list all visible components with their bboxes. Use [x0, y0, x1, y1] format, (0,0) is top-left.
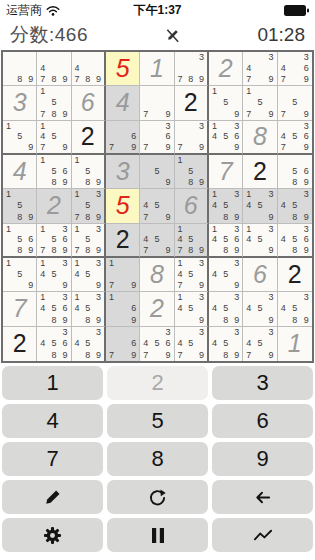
pencil-mark: 3 — [196, 52, 207, 63]
pencil-mark: 9 — [163, 177, 174, 188]
pencil-mark: 4 — [209, 338, 220, 349]
pencil-mark: 5 — [185, 234, 196, 245]
board-cell-r9c7[interactable]: 34589 — [209, 327, 243, 361]
pencil-mark: 4 — [278, 200, 289, 211]
pencil-mark: 9 — [60, 315, 71, 326]
pencil-mark: 3 — [231, 189, 242, 200]
pencil-mark: 8 — [48, 350, 59, 361]
pencil-mark: 9 — [25, 280, 36, 291]
pencil-mark: 9 — [196, 245, 207, 256]
pencil-mark: 6 — [25, 234, 36, 245]
pencil-mark: 1 — [209, 86, 220, 97]
pencil-mark: 9 — [231, 315, 242, 326]
pencil-mark: 8 — [48, 245, 59, 256]
cell-value: 2 — [37, 189, 70, 222]
board-cell-r8c5[interactable]: 2 — [140, 292, 174, 326]
pencil-mark: 9 — [93, 74, 104, 85]
pencil-mark: 1 — [3, 258, 14, 269]
board-cell-r5c4[interactable]: 5 — [106, 189, 140, 223]
pencil-mark: 9 — [60, 74, 71, 85]
pencil-mark: 9 — [301, 74, 312, 85]
pencil-mark: 6 — [128, 338, 139, 349]
pencil-mark: 7 — [37, 245, 48, 256]
pencil-mark: 8 — [48, 74, 59, 85]
board-cell-r4c1[interactable]: 4 — [3, 155, 37, 189]
pencil-mark: 7 — [140, 142, 151, 153]
pencil-mark: 7 — [175, 280, 186, 291]
pencil-mark: 9 — [60, 109, 71, 120]
pencil-mark: 9 — [266, 212, 277, 223]
pencil-mark: 7 — [140, 109, 151, 120]
pencil-mark: 8 — [289, 245, 300, 256]
digit-button-5[interactable]: 5 — [107, 404, 208, 438]
pencil-mark: 8 — [220, 212, 231, 223]
pencil-mark: 1 — [72, 292, 83, 303]
cell-value: 2 — [106, 224, 139, 256]
pencil-mark: 9 — [301, 142, 312, 153]
pencil-mark: 4 — [140, 338, 151, 349]
pencil-mark: 4 — [243, 303, 254, 314]
board-cell-r7c3[interactable]: 13459 — [72, 258, 106, 292]
board-cell-r5c9[interactable]: 34589 — [278, 189, 312, 223]
pencil-mark: 3 — [196, 121, 207, 132]
pencil-mark: 9 — [25, 74, 36, 85]
board-cell-r6c7[interactable]: 1345689 — [209, 224, 243, 258]
pencil-mark: 3 — [196, 258, 207, 269]
pencil-mark: 1 — [72, 258, 83, 269]
board-cell-r4c6[interactable]: 1589 — [175, 155, 209, 189]
board-cell-r2c7[interactable]: 159 — [209, 86, 243, 120]
pencil-mark: 3 — [231, 327, 242, 338]
pencil-mark: 8 — [82, 245, 93, 256]
cell-value: 6 — [175, 189, 207, 222]
pencil-mark: 1 — [209, 189, 220, 200]
pencil-icon — [43, 488, 62, 507]
pencil-mark: 5 — [289, 97, 300, 108]
cell-value: 6 — [72, 86, 104, 119]
pencil-mark: 3 — [60, 258, 71, 269]
pencil-mark: 1 — [72, 189, 83, 200]
board-cell-r1c8[interactable]: 3479 — [243, 52, 277, 86]
timer-label: 01:28 — [257, 24, 305, 46]
redo-button[interactable] — [107, 480, 208, 514]
pencil-mark: 6 — [128, 303, 139, 314]
board-cell-r4c5[interactable]: 59 — [140, 155, 174, 189]
pencil-mark: 9 — [93, 177, 104, 188]
pencil-mark: 5 — [82, 303, 93, 314]
pencil-mark: 5 — [220, 338, 231, 349]
stats-icon — [253, 527, 273, 543]
board-cell-r7c6[interactable]: 134579 — [175, 258, 209, 292]
board-cell-r8c1[interactable]: 7 — [3, 292, 37, 326]
pencil-mark: 7 — [175, 350, 186, 361]
pencil-mark: 4 — [278, 63, 289, 74]
cell-value: 8 — [140, 258, 173, 291]
board-cell-r6c5[interactable]: 4579 — [140, 224, 174, 258]
board-cell-r7c5[interactable]: 8 — [140, 258, 174, 292]
pencil-mark: 9 — [60, 245, 71, 256]
board-cell-r5c2[interactable]: 2 — [37, 189, 71, 223]
board-cell-r5c6[interactable]: 6 — [175, 189, 209, 223]
pencil-mark: 1 — [72, 224, 83, 235]
pencil-mark: 8 — [14, 245, 25, 256]
pencil-mark: 7 — [37, 109, 48, 120]
pencil-mark: 6 — [60, 234, 71, 245]
pencil-mark: 5 — [14, 131, 25, 142]
pencil-mark: 4 — [175, 234, 186, 245]
board-cell-r9c6[interactable]: 34579 — [175, 327, 209, 361]
pencil-mark: 3 — [301, 121, 312, 132]
pencil-mark: 8 — [220, 350, 231, 361]
board-cell-r6c2[interactable]: 1356789 — [37, 224, 71, 258]
pencil-mark: 1 — [243, 189, 254, 200]
board-cell-r7c8[interactable]: 6 — [243, 258, 277, 292]
board-cell-r2c3[interactable]: 6 — [72, 86, 106, 120]
pencil-mark: 6 — [60, 166, 71, 177]
board-cell-r4c9[interactable]: 5689 — [278, 155, 312, 189]
pencil-mark: 7 — [37, 74, 48, 85]
board-cell-r6c8[interactable]: 13459 — [243, 224, 277, 258]
pencil-mark: 4 — [278, 303, 289, 314]
pencil-mark: 8 — [14, 74, 25, 85]
cell-value: 2 — [3, 327, 36, 361]
pencil-mark: 8 — [82, 212, 93, 223]
cell-value: 7 — [3, 292, 36, 325]
pencil-mark: 5 — [48, 269, 59, 280]
pencil-mark: 4 — [175, 303, 186, 314]
pencil-mark: 9 — [231, 142, 242, 153]
pencil-mark: 6 — [301, 234, 312, 245]
pencil-mark: 1 — [37, 224, 48, 235]
cell-value: 4 — [106, 86, 139, 119]
pencil-mark: 5 — [14, 234, 25, 245]
pencil-mark: 1 — [175, 224, 186, 235]
pencil-mark: 3 — [60, 292, 71, 303]
board-cell-r7c4[interactable]: 179 — [106, 258, 140, 292]
pencil-mark: 5 — [48, 131, 59, 142]
pencil-mark: 3 — [60, 327, 71, 338]
cell-value: 2 — [278, 258, 312, 291]
pencil-mark: 5 — [289, 234, 300, 245]
pencil-mark: 5 — [185, 338, 196, 349]
board-cell-r7c1[interactable]: 159 — [3, 258, 37, 292]
pencil-mark: 8 — [185, 74, 196, 85]
board-cell-r4c3[interactable]: 1589 — [72, 155, 106, 189]
pencil-mark: 5 — [289, 200, 300, 211]
pencil-mark: 1 — [72, 155, 83, 166]
pencil-mark: 3 — [301, 292, 312, 303]
pencil-mark: 5 — [289, 131, 300, 142]
pencil-mark: 5 — [48, 166, 59, 177]
pause-button[interactable] — [107, 518, 208, 552]
pencil-mark: 3 — [266, 189, 277, 200]
pencil-mark: 5 — [254, 338, 265, 349]
pencil-mark: 3 — [266, 52, 277, 63]
keypad-digit-row-2: 456 — [2, 404, 313, 438]
pencil-mark: 6 — [301, 63, 312, 74]
keypad-tool-row-2 — [2, 518, 313, 552]
pencil-mark: 4 — [209, 200, 220, 211]
board-cell-r7c7[interactable]: 3459 — [209, 258, 243, 292]
board-cell-r1c4[interactable]: 5 — [106, 52, 140, 86]
pencil-button[interactable] — [2, 480, 103, 514]
pencil-mark: 8 — [82, 74, 93, 85]
board-cell-r6c1[interactable]: 15689 — [3, 224, 37, 258]
pencil-mark: 4 — [209, 234, 220, 245]
status-time: 下午1:37 — [0, 2, 315, 19]
digit-button-8[interactable]: 8 — [107, 442, 208, 476]
pencil-mark: 5 — [220, 97, 231, 108]
settings-button[interactable] — [2, 518, 103, 552]
cell-value: 2 — [140, 292, 173, 325]
pencil-mark: 9 — [196, 74, 207, 85]
pencil-mark: 7 — [243, 350, 254, 361]
board-cell-r2c5[interactable]: 79 — [140, 86, 174, 120]
pencil-mark: 9 — [301, 109, 312, 120]
pencil-mark: 3 — [231, 292, 242, 303]
pencil-mark: 9 — [266, 245, 277, 256]
cell-value: 2 — [209, 52, 242, 85]
back-button[interactable] — [212, 480, 313, 514]
pencil-mark: 4 — [37, 63, 48, 74]
pencil-mark: 9 — [301, 245, 312, 256]
pencil-mark: 9 — [60, 350, 71, 361]
board-cell-r4c2[interactable]: 15689 — [37, 155, 71, 189]
board-cell-r9c4[interactable]: 679 — [106, 327, 140, 361]
pencil-mark: 9 — [266, 315, 277, 326]
pencil-mark: 4 — [175, 338, 186, 349]
pencil-mark: 6 — [60, 338, 71, 349]
pencil-mark: 8 — [48, 315, 59, 326]
pencil-mark: 6 — [231, 131, 242, 142]
board-cell-r3c7[interactable]: 134569 — [209, 121, 243, 155]
digit-button-6[interactable]: 6 — [212, 404, 313, 438]
board-cell-r7c9[interactable]: 2 — [278, 258, 312, 292]
pencil-mark: 1 — [243, 224, 254, 235]
board-cell-r3c8[interactable]: 8 — [243, 121, 277, 155]
pencil-mark: 7 — [140, 212, 151, 223]
board-cell-r8c9[interactable]: 34589 — [278, 292, 312, 326]
board-cell-r1c6[interactable]: 3789 — [175, 52, 209, 86]
pencil-mark: 5 — [48, 303, 59, 314]
pencil-mark: 1 — [37, 86, 48, 97]
redo-icon — [148, 488, 167, 507]
board-cell-r9c5[interactable]: 345679 — [140, 327, 174, 361]
board-cell-r2c8[interactable]: 1579 — [243, 86, 277, 120]
pencil-mark: 3 — [93, 189, 104, 200]
pencil-mark: 4 — [209, 269, 220, 280]
board-cell-r1c2[interactable]: 4789 — [37, 52, 71, 86]
board-cell-r6c9[interactable]: 345689 — [278, 224, 312, 258]
pencil-mark: 8 — [14, 212, 25, 223]
pencil-mark: 8 — [82, 315, 93, 326]
digit-button-2[interactable]: 2 — [107, 366, 208, 400]
pencil-mark: 3 — [301, 189, 312, 200]
pause-icon — [150, 527, 166, 544]
digit-button-3[interactable]: 3 — [212, 366, 313, 400]
board-cell-r5c8[interactable]: 13459 — [243, 189, 277, 223]
board-cell-r3c5[interactable]: 3679 — [140, 121, 174, 155]
pencil-mark: 7 — [278, 109, 289, 120]
pencil-mark: 9 — [231, 212, 242, 223]
pencil-mark: 9 — [196, 350, 207, 361]
score-label: 分数:466 — [10, 22, 88, 48]
board-cell-r8c6[interactable]: 13459 — [175, 292, 209, 326]
pencil-mark: 8 — [185, 177, 196, 188]
board-cell-r1c9[interactable]: 34679 — [278, 52, 312, 86]
board-cell-r2c9[interactable]: 579 — [278, 86, 312, 120]
pencil-mark: 4 — [72, 269, 83, 280]
pencil-mark: 5 — [289, 166, 300, 177]
board-cell-r4c4[interactable]: 3 — [106, 155, 140, 189]
pencil-mark: 9 — [196, 315, 207, 326]
pencil-mark: 3 — [93, 292, 104, 303]
board-cell-r3c9[interactable]: 345679 — [278, 121, 312, 155]
pencil-mark: 5 — [185, 269, 196, 280]
board-cell-r4c7[interactable]: 7 — [209, 155, 243, 189]
board-cell-r5c5[interactable]: 4579 — [140, 189, 174, 223]
board-cell-r6c4[interactable]: 2 — [106, 224, 140, 258]
cell-value: 7 — [209, 155, 242, 188]
pencil-mark: 5 — [220, 303, 231, 314]
pencil-mark: 3 — [231, 224, 242, 235]
pencil-mark: 5 — [82, 200, 93, 211]
pencil-mark: 1 — [37, 258, 48, 269]
board-cell-r5c1[interactable]: 1589 — [3, 189, 37, 223]
pencil-mark: 9 — [301, 212, 312, 223]
sudoku-board: 8947894789513789234793467931578964792159… — [1, 50, 314, 363]
board-cell-r2c4[interactable]: 4 — [106, 86, 140, 120]
board-cell-r2c6[interactable]: 2 — [175, 86, 209, 120]
pencil-mark: 8 — [220, 315, 231, 326]
digit-button-7[interactable]: 7 — [2, 442, 103, 476]
pencil-mark: 9 — [231, 109, 242, 120]
pencil-mark: 7 — [243, 109, 254, 120]
pencil-mark: 9 — [301, 177, 312, 188]
board-cell-r9c8[interactable]: 34579 — [243, 327, 277, 361]
board-cell-r8c7[interactable]: 34589 — [209, 292, 243, 326]
back-arrow-icon — [253, 488, 272, 507]
pencil-mark: 1 — [37, 292, 48, 303]
board-cell-r9c2[interactable]: 345689 — [37, 327, 71, 361]
pencil-mark: 9 — [196, 142, 207, 153]
board-cell-r3c1[interactable]: 159 — [3, 121, 37, 155]
pencil-mark: 9 — [128, 142, 139, 153]
board-cell-r9c1[interactable]: 2 — [3, 327, 37, 361]
pencil-mark: 3 — [231, 121, 242, 132]
pencil-mark: 3 — [163, 121, 174, 132]
pencil-mark: 7 — [106, 350, 117, 361]
pencil-mark: 5 — [254, 303, 265, 314]
pencil-mark: 1 — [175, 292, 186, 303]
board-cell-r2c1[interactable]: 3 — [3, 86, 37, 120]
pencil-mark: 6 — [301, 131, 312, 142]
pencil-mark: 8 — [82, 177, 93, 188]
pencil-mark: 9 — [163, 142, 174, 153]
pencil-mark: 1 — [175, 155, 186, 166]
pencil-mark: 5 — [220, 200, 231, 211]
pencil-mark: 9 — [266, 109, 277, 120]
cell-value: 3 — [106, 155, 139, 188]
pencil-mark: 5 — [254, 200, 265, 211]
pencil-mark: 3 — [266, 224, 277, 235]
pencil-mark: 9 — [128, 280, 139, 291]
board-cell-r5c3[interactable]: 135789 — [72, 189, 106, 223]
board-cell-r3c4[interactable]: 679 — [106, 121, 140, 155]
board-cell-r1c3[interactable]: 4789 — [72, 52, 106, 86]
board-cell-r1c5[interactable]: 1 — [140, 52, 174, 86]
board-cell-r1c7[interactable]: 2 — [209, 52, 243, 86]
board-cell-r3c2[interactable]: 14579 — [37, 121, 71, 155]
pencil-mark: 4 — [175, 269, 186, 280]
pencil-mark: 9 — [266, 74, 277, 85]
board-cell-r9c3[interactable]: 34589 — [72, 327, 106, 361]
pencil-mark: 5 — [185, 166, 196, 177]
board-cell-r3c3[interactable]: 2 — [72, 121, 106, 155]
pencil-mark: 5 — [82, 166, 93, 177]
board-cell-r8c2[interactable]: 1345689 — [37, 292, 71, 326]
stats-button[interactable] — [212, 518, 313, 552]
pencil-mark: 9 — [93, 245, 104, 256]
pencil-mark: 7 — [278, 74, 289, 85]
pencil-mark: 9 — [60, 177, 71, 188]
pencil-mark: 5 — [82, 269, 93, 280]
pencil-mark: 4 — [37, 338, 48, 349]
pencil-mark: 5 — [254, 234, 265, 245]
pencil-mark: 3 — [60, 224, 71, 235]
pencil-mark: 5 — [48, 234, 59, 245]
board-cell-r2c2[interactable]: 15789 — [37, 86, 71, 120]
pencil-mark: 4 — [278, 131, 289, 142]
cell-value: 6 — [243, 258, 276, 291]
pencil-mark: 5 — [82, 234, 93, 245]
pencil-mark: 4 — [209, 303, 220, 314]
board-cell-r7c2[interactable]: 13459 — [37, 258, 71, 292]
digit-button-4[interactable]: 4 — [2, 404, 103, 438]
pencil-mark: 9 — [93, 315, 104, 326]
pencil-mark: 9 — [231, 350, 242, 361]
board-cell-r8c3[interactable]: 134589 — [72, 292, 106, 326]
pencil-mark: 1 — [106, 292, 117, 303]
cell-value: 1 — [140, 52, 173, 85]
pencil-mark: 9 — [25, 142, 36, 153]
pencil-mark: 9 — [60, 280, 71, 291]
pencil-mark: 7 — [140, 245, 151, 256]
board-cell-r4c8[interactable]: 2 — [243, 155, 277, 189]
digit-button-9[interactable]: 9 — [212, 442, 313, 476]
board-cell-r1c1[interactable]: 89 — [3, 52, 37, 86]
pencil-mark: 9 — [196, 177, 207, 188]
board-cell-r3c6[interactable]: 379 — [175, 121, 209, 155]
pencil-mark: 9 — [301, 315, 312, 326]
board-cell-r8c8[interactable]: 3459 — [243, 292, 277, 326]
pencil-mark: 9 — [231, 280, 242, 291]
board-cell-r6c6[interactable]: 145789 — [175, 224, 209, 258]
pencil-mark: 3 — [163, 327, 174, 338]
board-cell-r9c9[interactable]: 1 — [278, 327, 312, 361]
pencil-mark: 3 — [196, 327, 207, 338]
board-cell-r6c3[interactable]: 135789 — [72, 224, 106, 258]
pencil-mark: 1 — [175, 258, 186, 269]
cell-value: 2 — [243, 155, 276, 188]
cell-value: 3 — [3, 86, 36, 119]
pencil-mark: 7 — [140, 350, 151, 361]
digit-button-1[interactable]: 1 — [2, 366, 103, 400]
board-cell-r5c7[interactable]: 134589 — [209, 189, 243, 223]
pencil-mark: 9 — [163, 350, 174, 361]
pencil-mark: 4 — [209, 131, 220, 142]
board-cell-r8c4[interactable]: 169 — [106, 292, 140, 326]
